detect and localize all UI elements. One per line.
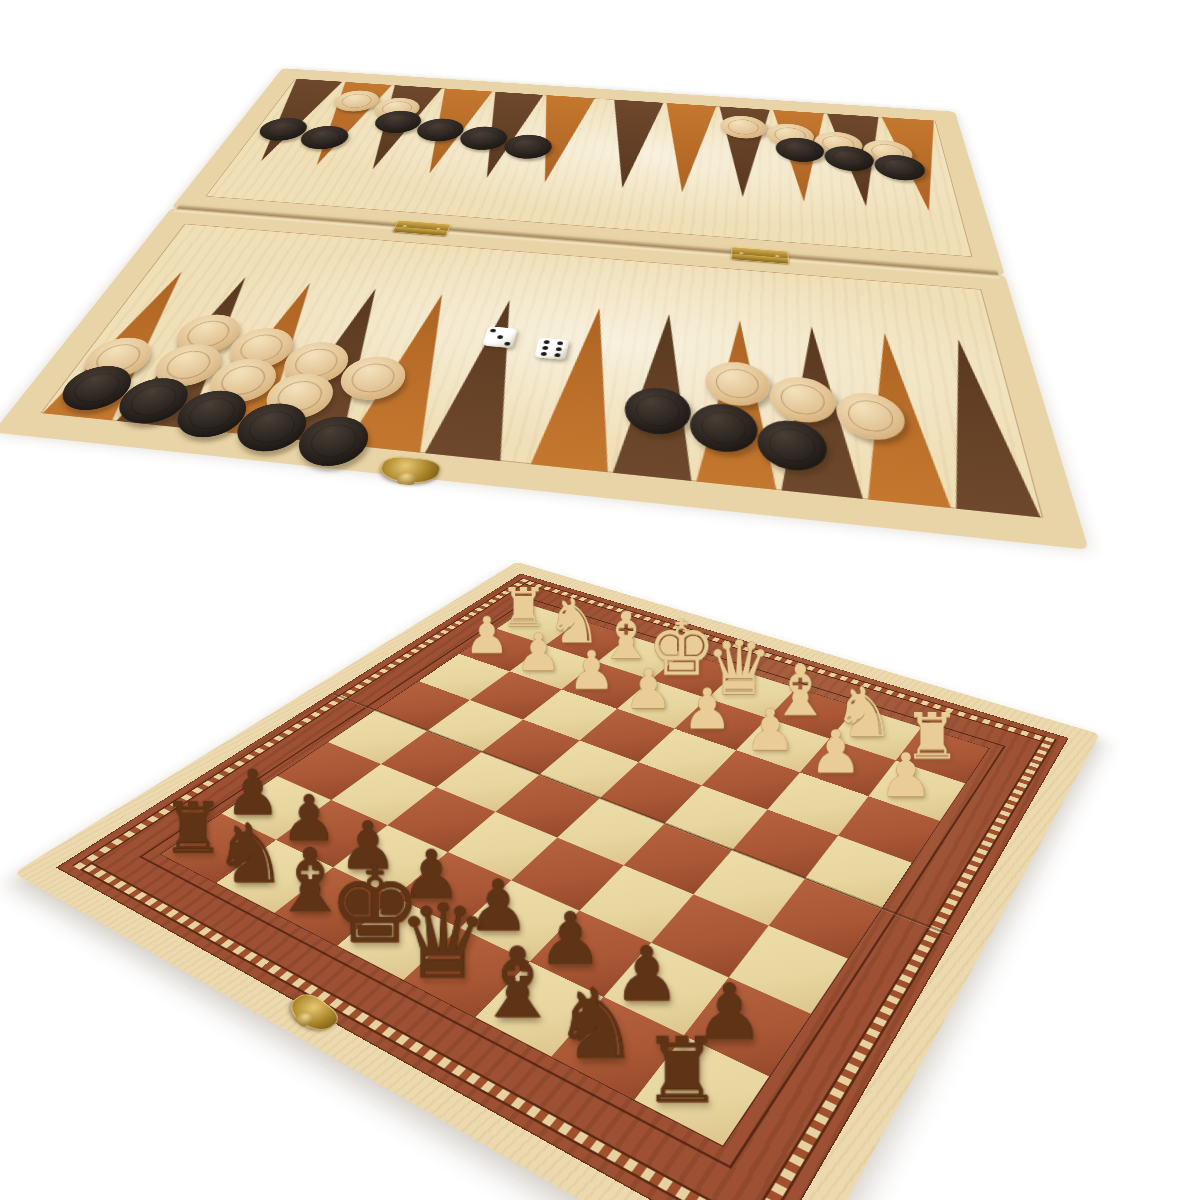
backgammon-case [0,68,1089,550]
die-pip [556,347,562,351]
die-pip [543,340,549,344]
chess-pine-frame: ♜♞♝♚♛♝♞♜♟♟♟♟♟♟♟♟♟♟♟♟♟♟♟♟♜♞♝♚♛♝♞♜ [14,562,1100,1200]
backgammon-checker-light[interactable] [704,359,770,408]
backgammon-point [921,336,1043,518]
backgammon-checker-light[interactable] [166,312,248,356]
chess-case: ♜♞♝♚♛♝♞♜♟♟♟♟♟♟♟♟♟♟♟♟♟♟♟♟♜♞♝♚♛♝♞♜ [14,562,1100,1200]
backgammon-point [593,99,665,190]
backgammon-point [610,311,704,481]
white-pawn[interactable]: ♟ [464,610,509,660]
backgammon-point [880,117,960,213]
die-pip [540,352,547,356]
backgammon-point [652,103,718,195]
white-pawn[interactable]: ♟ [810,722,863,781]
black-rook[interactable]: ♜ [641,1026,722,1116]
white-pawn[interactable]: ♟ [879,745,933,806]
black-knight[interactable]: ♞ [553,975,640,1072]
backgammon-point [528,305,634,473]
white-pawn[interactable]: ♟ [624,662,673,716]
die-pip [542,346,549,350]
square-d4[interactable] [600,762,702,823]
die-pip [497,335,504,339]
chess-mahogany-border: ♜♞♝♚♛♝♞♜♟♟♟♟♟♟♟♟♟♟♟♟♟♟♟♟♜♞♝♚♛♝♞♜ [56,573,1069,1200]
white-pawn[interactable]: ♟ [682,681,732,737]
die-pip [557,341,563,345]
backgammon-point [422,297,543,461]
white-pawn[interactable]: ♟ [744,701,795,758]
backgammon-point [189,280,342,437]
die-showing-6[interactable] [534,337,569,360]
black-bishop[interactable]: ♝ [474,935,561,1031]
chess-board: ♜♞♝♚♛♝♞♜♟♟♟♟♟♟♟♟♟♟♟♟♟♟♟♟♜♞♝♚♛♝♞♜ [161,605,989,1145]
backgammon-checker-light[interactable] [770,374,838,425]
die-pip [504,341,511,345]
white-pawn[interactable]: ♟ [515,626,561,678]
backgammon-base-field [40,224,1043,518]
white-pawn[interactable]: ♟ [568,644,616,697]
die-pip [554,353,561,357]
product-photo-stage: ♜♞♝♚♛♝♞♜♟♟♟♟♟♟♟♟♟♟♟♟♟♟♟♟♜♞♝♚♛♝♞♜ [0,0,1200,1200]
